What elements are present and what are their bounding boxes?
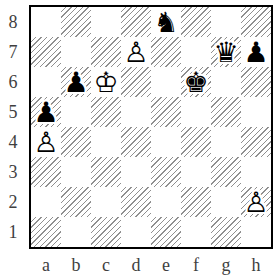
square-b2[interactable] — [61, 187, 91, 217]
file-label-e: e — [151, 252, 181, 278]
file-label-h: h — [241, 252, 271, 278]
square-h4[interactable] — [241, 127, 271, 157]
square-e3[interactable] — [151, 157, 181, 187]
square-c1[interactable] — [91, 217, 121, 247]
white-pawn-piece-glyph: ♙ — [121, 37, 151, 67]
square-d7[interactable]: ♟♙ — [121, 37, 151, 67]
square-h2[interactable]: ♟♙ — [241, 187, 271, 217]
square-e6[interactable] — [151, 67, 181, 97]
square-e5[interactable] — [151, 97, 181, 127]
chess-diagram: 8 7 6 5 4 3 2 1 ♞♞♟♙♛♛♟♟♟♟♚♔♚♚♟♟♟♙♟♙ a b… — [0, 0, 279, 280]
square-a5[interactable]: ♟♟ — [31, 97, 61, 127]
file-label-a: a — [31, 252, 61, 278]
square-b1[interactable] — [61, 217, 91, 247]
rank-label-8: 8 — [0, 7, 26, 37]
square-h6[interactable] — [241, 67, 271, 97]
rank-label-3: 3 — [0, 157, 26, 187]
square-f6[interactable]: ♚♚ — [181, 67, 211, 97]
rank-label-1: 1 — [0, 217, 26, 247]
black-pawn-piece[interactable]: ♟♟ — [31, 97, 61, 127]
square-c7[interactable] — [91, 37, 121, 67]
square-g7[interactable]: ♛♛ — [211, 37, 241, 67]
square-b4[interactable] — [61, 127, 91, 157]
file-label-d: d — [121, 252, 151, 278]
square-c4[interactable] — [91, 127, 121, 157]
square-f1[interactable] — [181, 217, 211, 247]
square-e8[interactable]: ♞♞ — [151, 7, 181, 37]
square-b6[interactable]: ♟♟ — [61, 67, 91, 97]
square-d5[interactable] — [121, 97, 151, 127]
square-e4[interactable] — [151, 127, 181, 157]
square-c6[interactable]: ♚♔ — [91, 67, 121, 97]
square-f8[interactable] — [181, 7, 211, 37]
square-g6[interactable] — [211, 67, 241, 97]
square-a3[interactable] — [31, 157, 61, 187]
square-b3[interactable] — [61, 157, 91, 187]
file-labels: a b c d e f g h — [31, 252, 271, 278]
square-c8[interactable] — [91, 7, 121, 37]
white-pawn-piece-glyph: ♙ — [241, 187, 271, 217]
square-d1[interactable] — [121, 217, 151, 247]
square-d4[interactable] — [121, 127, 151, 157]
square-f3[interactable] — [181, 157, 211, 187]
black-queen-piece-glyph: ♛ — [211, 37, 241, 67]
black-pawn-piece[interactable]: ♟♟ — [241, 37, 271, 67]
white-pawn-piece[interactable]: ♟♙ — [121, 37, 151, 67]
square-f2[interactable] — [181, 187, 211, 217]
black-king-piece[interactable]: ♚♚ — [181, 67, 211, 97]
square-f4[interactable] — [181, 127, 211, 157]
square-b7[interactable] — [61, 37, 91, 67]
square-e1[interactable] — [151, 217, 181, 247]
square-a8[interactable] — [31, 7, 61, 37]
rank-label-5: 5 — [0, 97, 26, 127]
square-h3[interactable] — [241, 157, 271, 187]
white-pawn-piece-glyph: ♙ — [31, 127, 61, 157]
square-a1[interactable] — [31, 217, 61, 247]
black-queen-piece[interactable]: ♛♛ — [211, 37, 241, 67]
rank-label-7: 7 — [0, 37, 26, 67]
square-a4[interactable]: ♟♙ — [31, 127, 61, 157]
square-h7[interactable]: ♟♟ — [241, 37, 271, 67]
rank-label-6: 6 — [0, 67, 26, 97]
black-knight-piece[interactable]: ♞♞ — [151, 7, 181, 37]
white-king-piece-glyph: ♔ — [91, 67, 121, 97]
square-d2[interactable] — [121, 187, 151, 217]
black-king-piece-glyph: ♚ — [181, 67, 211, 97]
square-f5[interactable] — [181, 97, 211, 127]
square-c3[interactable] — [91, 157, 121, 187]
square-h8[interactable] — [241, 7, 271, 37]
square-e2[interactable] — [151, 187, 181, 217]
square-g4[interactable] — [211, 127, 241, 157]
file-label-c: c — [91, 252, 121, 278]
black-pawn-piece-glyph: ♟ — [31, 97, 61, 127]
square-d6[interactable] — [121, 67, 151, 97]
white-pawn-piece[interactable]: ♟♙ — [241, 187, 271, 217]
square-f7[interactable] — [181, 37, 211, 67]
square-a2[interactable] — [31, 187, 61, 217]
square-c2[interactable] — [91, 187, 121, 217]
file-label-b: b — [61, 252, 91, 278]
file-label-f: f — [181, 252, 211, 278]
square-d3[interactable] — [121, 157, 151, 187]
rank-label-4: 4 — [0, 127, 26, 157]
square-c5[interactable] — [91, 97, 121, 127]
chess-board: ♞♞♟♙♛♛♟♟♟♟♚♔♚♚♟♟♟♙♟♙ — [29, 5, 273, 249]
square-b5[interactable] — [61, 97, 91, 127]
white-pawn-piece[interactable]: ♟♙ — [31, 127, 61, 157]
square-g2[interactable] — [211, 187, 241, 217]
square-g8[interactable] — [211, 7, 241, 37]
black-pawn-piece[interactable]: ♟♟ — [61, 67, 91, 97]
square-g5[interactable] — [211, 97, 241, 127]
square-g1[interactable] — [211, 217, 241, 247]
square-a6[interactable] — [31, 67, 61, 97]
square-e7[interactable] — [151, 37, 181, 67]
black-knight-piece-glyph: ♞ — [151, 7, 181, 37]
file-label-g: g — [211, 252, 241, 278]
square-h1[interactable] — [241, 217, 271, 247]
square-a7[interactable] — [31, 37, 61, 67]
rank-labels: 8 7 6 5 4 3 2 1 — [0, 7, 26, 247]
black-pawn-piece-glyph: ♟ — [241, 37, 271, 67]
square-h5[interactable] — [241, 97, 271, 127]
square-d8[interactable] — [121, 7, 151, 37]
square-g3[interactable] — [211, 157, 241, 187]
black-pawn-piece-glyph: ♟ — [61, 67, 91, 97]
rank-label-2: 2 — [0, 187, 26, 217]
square-b8[interactable] — [61, 7, 91, 37]
white-king-piece[interactable]: ♚♔ — [91, 67, 121, 97]
